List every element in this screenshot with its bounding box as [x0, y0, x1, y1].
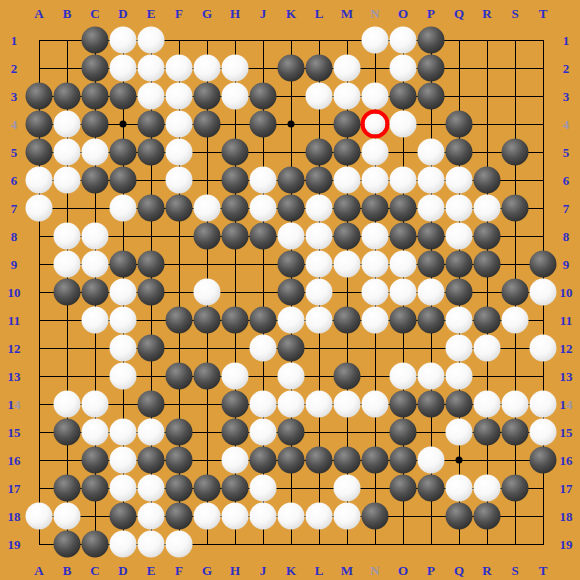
black-stone	[334, 223, 361, 250]
black-stone	[138, 251, 165, 278]
black-stone	[166, 363, 193, 390]
black-stone	[250, 223, 277, 250]
white-stone	[110, 447, 137, 474]
white-stone	[446, 167, 473, 194]
black-stone	[54, 419, 81, 446]
column-label-top: K	[286, 7, 296, 20]
white-stone	[250, 503, 277, 530]
black-stone	[502, 419, 529, 446]
white-stone	[250, 195, 277, 222]
black-stone	[418, 223, 445, 250]
white-stone	[250, 391, 277, 418]
white-stone	[418, 139, 445, 166]
black-stone	[138, 391, 165, 418]
black-stone	[222, 223, 249, 250]
white-stone	[110, 419, 137, 446]
black-stone	[194, 111, 221, 138]
column-label-top: H	[230, 7, 240, 20]
black-stone	[418, 27, 445, 54]
black-stone	[446, 503, 473, 530]
white-stone	[54, 503, 81, 530]
black-stone	[82, 475, 109, 502]
black-stone	[222, 475, 249, 502]
white-stone	[110, 27, 137, 54]
white-stone	[278, 307, 305, 334]
column-label-bottom: N	[370, 564, 379, 577]
white-stone	[110, 335, 137, 362]
white-stone	[418, 195, 445, 222]
white-stone	[194, 279, 221, 306]
black-stone	[306, 139, 333, 166]
black-stone	[334, 447, 361, 474]
row-label-left: 19	[8, 538, 21, 551]
black-stone	[250, 307, 277, 334]
white-stone	[250, 335, 277, 362]
black-stone	[502, 195, 529, 222]
black-stone	[82, 279, 109, 306]
column-label-top: N	[370, 7, 379, 20]
black-stone	[278, 55, 305, 82]
row-label-left: 10	[8, 286, 21, 299]
black-stone	[194, 223, 221, 250]
black-stone	[26, 83, 53, 110]
white-stone	[26, 167, 53, 194]
black-stone	[250, 447, 277, 474]
white-stone	[138, 27, 165, 54]
black-stone	[306, 167, 333, 194]
white-stone	[306, 195, 333, 222]
row-label-right: 19	[560, 538, 573, 551]
black-stone	[222, 419, 249, 446]
white-stone	[474, 475, 501, 502]
white-stone	[446, 475, 473, 502]
white-stone	[446, 195, 473, 222]
row-label-right: 13	[560, 370, 573, 383]
white-stone	[54, 391, 81, 418]
black-stone	[54, 83, 81, 110]
black-stone	[390, 391, 417, 418]
black-stone	[362, 503, 389, 530]
white-stone	[110, 307, 137, 334]
black-stone	[82, 167, 109, 194]
row-label-right: 9	[563, 258, 570, 271]
column-label-bottom: K	[286, 564, 296, 577]
white-stone	[54, 251, 81, 278]
row-label-left: 12	[8, 342, 21, 355]
white-stone	[222, 55, 249, 82]
column-label-top: T	[539, 7, 548, 20]
white-stone	[502, 391, 529, 418]
white-stone	[54, 167, 81, 194]
black-stone	[82, 447, 109, 474]
white-stone	[250, 419, 277, 446]
black-stone	[474, 167, 501, 194]
black-stone	[166, 195, 193, 222]
black-stone	[54, 475, 81, 502]
black-stone	[334, 195, 361, 222]
row-label-left: 6	[11, 174, 18, 187]
white-stone	[446, 307, 473, 334]
column-label-top: L	[315, 7, 324, 20]
white-stone	[530, 419, 557, 446]
column-label-top: J	[260, 7, 267, 20]
column-label-top: F	[175, 7, 183, 20]
white-stone	[278, 223, 305, 250]
white-stone	[418, 167, 445, 194]
black-stone	[502, 279, 529, 306]
white-stone	[278, 391, 305, 418]
black-stone	[250, 111, 277, 138]
white-stone	[306, 251, 333, 278]
white-stone	[362, 279, 389, 306]
black-stone	[362, 447, 389, 474]
column-label-bottom: B	[63, 564, 72, 577]
white-stone	[54, 223, 81, 250]
column-label-bottom: E	[147, 564, 156, 577]
black-stone	[390, 475, 417, 502]
black-stone	[474, 251, 501, 278]
row-label-left: 1	[11, 34, 18, 47]
black-stone	[138, 279, 165, 306]
white-stone	[166, 111, 193, 138]
white-stone	[222, 447, 249, 474]
white-stone	[446, 335, 473, 362]
black-stone	[166, 307, 193, 334]
white-stone	[390, 111, 417, 138]
black-stone	[418, 307, 445, 334]
row-label-right: 5	[563, 146, 570, 159]
row-label-right: 14	[560, 398, 573, 411]
white-stone	[306, 307, 333, 334]
black-stone	[222, 391, 249, 418]
white-stone	[362, 167, 389, 194]
white-stone	[362, 27, 389, 54]
black-stone	[138, 139, 165, 166]
star-point	[456, 457, 463, 464]
column-label-top: M	[341, 7, 353, 20]
last-move-stone	[361, 110, 390, 139]
black-stone	[446, 391, 473, 418]
row-label-left: 18	[8, 510, 21, 523]
white-stone	[474, 195, 501, 222]
row-label-right: 12	[560, 342, 573, 355]
white-stone	[362, 251, 389, 278]
white-stone	[250, 475, 277, 502]
white-stone	[278, 363, 305, 390]
white-stone	[362, 139, 389, 166]
column-label-top: Q	[454, 7, 464, 20]
white-stone	[362, 307, 389, 334]
white-stone	[334, 83, 361, 110]
white-stone	[306, 223, 333, 250]
black-stone	[530, 447, 557, 474]
black-stone	[502, 139, 529, 166]
star-point	[288, 121, 295, 128]
white-stone	[222, 363, 249, 390]
row-label-left: 7	[11, 202, 18, 215]
white-stone	[334, 55, 361, 82]
white-stone	[110, 55, 137, 82]
column-label-bottom: L	[315, 564, 324, 577]
black-stone	[26, 139, 53, 166]
white-stone	[530, 279, 557, 306]
black-stone	[110, 83, 137, 110]
white-stone	[334, 167, 361, 194]
white-stone	[138, 503, 165, 530]
row-label-left: 13	[8, 370, 21, 383]
black-stone	[474, 419, 501, 446]
black-stone	[166, 419, 193, 446]
white-stone	[362, 223, 389, 250]
column-label-bottom: O	[398, 564, 408, 577]
column-label-top: P	[427, 7, 435, 20]
black-stone	[138, 111, 165, 138]
white-stone	[362, 83, 389, 110]
white-stone	[306, 391, 333, 418]
white-stone	[110, 363, 137, 390]
star-point	[120, 121, 127, 128]
black-stone	[166, 475, 193, 502]
white-stone	[530, 391, 557, 418]
black-stone	[82, 27, 109, 54]
column-label-bottom: R	[482, 564, 491, 577]
black-stone	[166, 447, 193, 474]
white-stone	[138, 83, 165, 110]
column-label-top: A	[34, 7, 43, 20]
column-label-top: E	[147, 7, 156, 20]
column-label-bottom: A	[34, 564, 43, 577]
black-stone	[530, 251, 557, 278]
row-label-left: 5	[11, 146, 18, 159]
row-label-left: 2	[11, 62, 18, 75]
black-stone	[390, 447, 417, 474]
row-label-right: 4	[563, 118, 570, 131]
white-stone	[446, 223, 473, 250]
column-label-top: S	[511, 7, 518, 20]
white-stone	[390, 251, 417, 278]
white-stone	[474, 391, 501, 418]
column-label-top: O	[398, 7, 408, 20]
black-stone	[278, 251, 305, 278]
black-stone	[446, 251, 473, 278]
row-label-left: 17	[8, 482, 21, 495]
row-label-left: 3	[11, 90, 18, 103]
black-stone	[82, 531, 109, 558]
white-stone	[54, 111, 81, 138]
white-stone	[194, 195, 221, 222]
column-label-bottom: C	[90, 564, 99, 577]
column-label-top: D	[118, 7, 127, 20]
white-stone	[110, 279, 137, 306]
row-label-left: 14	[8, 398, 21, 411]
white-stone	[390, 27, 417, 54]
white-stone	[82, 139, 109, 166]
white-stone	[306, 279, 333, 306]
black-stone	[446, 111, 473, 138]
row-label-left: 8	[11, 230, 18, 243]
column-label-bottom: D	[118, 564, 127, 577]
column-label-bottom: T	[539, 564, 548, 577]
black-stone	[390, 223, 417, 250]
row-label-right: 8	[563, 230, 570, 243]
black-stone	[54, 279, 81, 306]
white-stone	[82, 307, 109, 334]
black-stone	[502, 475, 529, 502]
black-stone	[110, 139, 137, 166]
black-stone	[82, 55, 109, 82]
row-label-right: 11	[560, 314, 572, 327]
white-stone	[390, 279, 417, 306]
column-label-bottom: F	[175, 564, 183, 577]
black-stone	[474, 223, 501, 250]
white-stone	[334, 251, 361, 278]
white-stone	[138, 475, 165, 502]
column-label-bottom: S	[511, 564, 518, 577]
white-stone	[250, 167, 277, 194]
column-label-top: R	[482, 7, 491, 20]
black-stone	[390, 195, 417, 222]
white-stone	[82, 223, 109, 250]
row-label-right: 2	[563, 62, 570, 75]
black-stone	[110, 251, 137, 278]
row-label-left: 15	[8, 426, 21, 439]
white-stone	[166, 55, 193, 82]
white-stone	[26, 503, 53, 530]
black-stone	[278, 195, 305, 222]
row-label-right: 1	[563, 34, 570, 47]
column-label-top: B	[63, 7, 72, 20]
white-stone	[26, 195, 53, 222]
row-label-left: 11	[8, 314, 20, 327]
black-stone	[54, 531, 81, 558]
column-label-bottom: Q	[454, 564, 464, 577]
black-stone	[222, 167, 249, 194]
black-stone	[278, 167, 305, 194]
white-stone	[446, 419, 473, 446]
black-stone	[418, 475, 445, 502]
white-stone	[110, 195, 137, 222]
white-stone	[390, 363, 417, 390]
white-stone	[82, 391, 109, 418]
black-stone	[278, 335, 305, 362]
white-stone	[278, 503, 305, 530]
row-label-left: 4	[11, 118, 18, 131]
black-stone	[334, 363, 361, 390]
white-stone	[418, 363, 445, 390]
black-stone	[390, 419, 417, 446]
black-stone	[306, 55, 333, 82]
row-label-right: 6	[563, 174, 570, 187]
white-stone	[166, 83, 193, 110]
white-stone	[306, 503, 333, 530]
black-stone	[390, 307, 417, 334]
white-stone	[110, 531, 137, 558]
column-label-top: G	[202, 7, 212, 20]
black-stone	[418, 251, 445, 278]
white-stone	[166, 167, 193, 194]
white-stone	[194, 503, 221, 530]
black-stone	[26, 111, 53, 138]
white-stone	[194, 55, 221, 82]
white-stone	[390, 167, 417, 194]
white-stone	[222, 503, 249, 530]
row-label-right: 17	[560, 482, 573, 495]
black-stone	[474, 307, 501, 334]
black-stone	[474, 503, 501, 530]
black-stone	[110, 167, 137, 194]
white-stone	[362, 391, 389, 418]
black-stone	[166, 503, 193, 530]
black-stone	[418, 391, 445, 418]
black-stone	[306, 447, 333, 474]
black-stone	[446, 139, 473, 166]
white-stone	[222, 83, 249, 110]
row-label-left: 16	[8, 454, 21, 467]
white-stone	[474, 335, 501, 362]
black-stone	[334, 111, 361, 138]
black-stone	[362, 195, 389, 222]
column-label-top: C	[90, 7, 99, 20]
black-stone	[390, 83, 417, 110]
black-stone	[222, 307, 249, 334]
white-stone	[82, 251, 109, 278]
white-stone	[530, 335, 557, 362]
white-stone	[334, 503, 361, 530]
white-stone	[138, 419, 165, 446]
white-stone	[306, 83, 333, 110]
go-board[interactable]: AABBCCDDEEFFGGHHJJKKLLMMNNOOPPQQRRSSTT11…	[0, 0, 580, 580]
white-stone	[446, 363, 473, 390]
white-stone	[166, 531, 193, 558]
black-stone	[250, 83, 277, 110]
black-stone	[418, 83, 445, 110]
black-stone	[278, 279, 305, 306]
black-stone	[194, 475, 221, 502]
row-label-right: 3	[563, 90, 570, 103]
column-label-bottom: J	[260, 564, 267, 577]
grid-line	[487, 40, 488, 545]
black-stone	[278, 419, 305, 446]
black-stone	[110, 503, 137, 530]
black-stone	[82, 111, 109, 138]
row-label-right: 15	[560, 426, 573, 439]
black-stone	[138, 335, 165, 362]
black-stone	[194, 307, 221, 334]
column-label-bottom: M	[341, 564, 353, 577]
white-stone	[110, 475, 137, 502]
row-label-right: 18	[560, 510, 573, 523]
white-stone	[82, 419, 109, 446]
black-stone	[334, 139, 361, 166]
column-label-bottom: H	[230, 564, 240, 577]
row-label-right: 7	[563, 202, 570, 215]
black-stone	[194, 83, 221, 110]
column-label-bottom: P	[427, 564, 435, 577]
column-label-bottom: G	[202, 564, 212, 577]
row-label-right: 16	[560, 454, 573, 467]
white-stone	[138, 531, 165, 558]
black-stone	[446, 279, 473, 306]
white-stone	[166, 139, 193, 166]
white-stone	[334, 475, 361, 502]
black-stone	[222, 195, 249, 222]
white-stone	[418, 279, 445, 306]
white-stone	[502, 307, 529, 334]
black-stone	[82, 83, 109, 110]
black-stone	[138, 195, 165, 222]
row-label-left: 9	[11, 258, 18, 271]
black-stone	[194, 363, 221, 390]
